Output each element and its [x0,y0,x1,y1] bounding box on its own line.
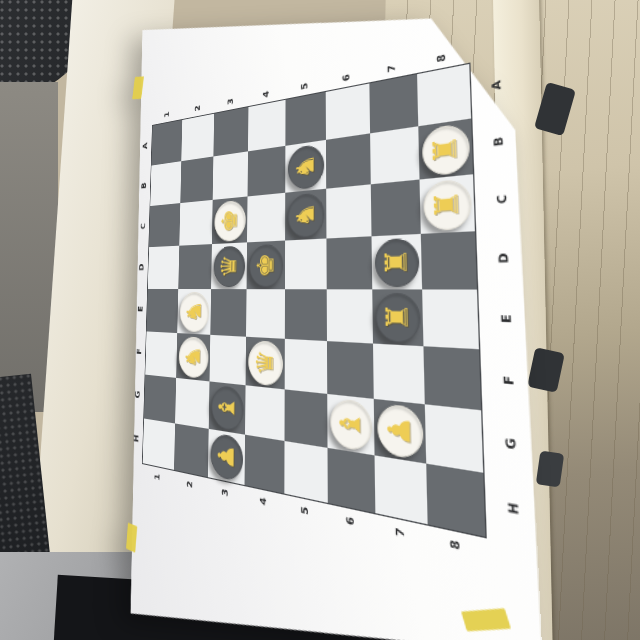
file-right-label-C: C [491,169,512,229]
black-bishop-glyph: ♝ [216,393,238,422]
square-e7[interactable]: ♜ [372,289,423,346]
square-e8[interactable] [422,289,479,349]
chessboard-grid: ♞♜♚♞♜♛♚♜♞♜♞♛♝♝♟♟ [143,64,486,537]
square-d1[interactable] [148,246,180,289]
square-e4[interactable] [246,289,285,339]
square-h3[interactable]: ♟ [208,429,245,485]
square-c2[interactable] [179,200,212,246]
square-d2[interactable] [178,244,212,289]
square-g5[interactable] [285,389,328,447]
square-f3[interactable] [210,335,247,385]
black-knight-disc-b5[interactable]: ♞ [287,143,323,190]
white-rook-glyph: ♜ [429,133,462,166]
white-bishop-disc-g6[interactable]: ♝ [330,397,372,452]
white-rook-glyph: ♜ [430,188,463,220]
white-queen-glyph: ♛ [253,348,277,377]
photo-scene: 12345678 12345678 ABCDEFGH ABCDEFGH ♞♜♚♞… [0,0,640,640]
square-d6[interactable] [326,236,372,289]
square-h4[interactable] [245,435,285,494]
square-b4[interactable] [248,146,286,197]
white-rook-disc-b8[interactable]: ♜ [421,122,470,176]
chessboard: ♞♜♚♞♜♛♚♜♞♜♞♛♝♝♟♟ [142,63,487,539]
black-knight-glyph: ♞ [293,201,318,229]
square-b7[interactable] [370,126,419,184]
square-a5[interactable] [285,92,326,146]
file-right-label-F: F [497,349,519,413]
square-e2[interactable]: ♞ [177,289,211,335]
file-left-label-B: B [139,165,149,206]
square-f5[interactable] [285,339,328,394]
tape-left-bottom [126,523,137,553]
file-left-label-D: D [136,246,146,288]
file-right-label-A: A [486,56,506,115]
file-left-label-H: H [131,416,142,462]
square-c4[interactable] [247,193,285,243]
white-pawn-disc-g7[interactable]: ♟ [377,402,424,460]
square-a3[interactable] [213,107,248,156]
square-h7[interactable] [375,455,428,524]
square-c3[interactable]: ♚ [212,196,248,244]
white-knight-glyph: ♞ [184,299,204,324]
tape-bottom-right [461,608,511,631]
black-pawn-disc-h3[interactable]: ♟ [210,432,243,482]
paper-sheet-wrap: 12345678 12345678 ABCDEFGH ABCDEFGH ♞♜♚♞… [0,0,640,640]
square-b3[interactable] [213,151,248,200]
black-queen-disc-d3[interactable]: ♛ [213,245,245,287]
white-knight-disc-f2[interactable]: ♞ [178,336,208,379]
black-pawn-glyph: ♟ [215,441,237,472]
square-g7[interactable]: ♟ [374,399,426,464]
square-g4[interactable] [245,385,285,441]
square-c6[interactable] [326,184,371,238]
white-rook-disc-c8[interactable]: ♜ [422,178,471,231]
black-knight-glyph: ♞ [293,152,318,181]
black-king-glyph: ♚ [254,252,277,278]
file-right-label-E: E [495,288,516,350]
square-h2[interactable] [174,423,209,477]
board-plane: 12345678 12345678 ABCDEFGH ABCDEFGH ♞♜♚♞… [142,63,484,535]
square-f7[interactable] [373,344,425,405]
square-a6[interactable] [326,83,370,139]
square-d7[interactable]: ♜ [372,234,423,290]
square-d5[interactable] [285,239,327,290]
black-rook-disc-d7[interactable]: ♜ [374,237,419,286]
square-h1[interactable] [143,419,175,470]
square-e5[interactable] [285,289,327,341]
square-f4[interactable]: ♛ [246,337,285,390]
file-right-label-B: B [489,112,509,171]
white-knight-glyph: ♞ [183,344,203,370]
white-queen-disc-f4[interactable]: ♛ [248,340,283,387]
square-c5[interactable]: ♞ [285,189,326,241]
black-king-disc-d4[interactable]: ♚ [249,243,283,286]
square-g1[interactable] [144,375,176,424]
square-b1[interactable] [150,161,181,206]
file-left-label-G: G [132,372,142,417]
black-rook-glyph: ♜ [381,247,411,277]
square-b6[interactable] [326,133,371,188]
square-d3[interactable]: ♛ [211,242,247,289]
file-left-label-A: A [140,125,150,166]
file-left-label-F: F [134,330,144,373]
square-g8[interactable] [425,404,483,472]
black-knight-disc-c5[interactable]: ♞ [287,192,324,238]
square-f6[interactable] [327,341,374,399]
square-a7[interactable] [369,74,418,133]
white-knight-disc-e2[interactable]: ♞ [179,291,209,332]
square-f8[interactable] [423,346,481,410]
file-right-label-G: G [500,411,522,478]
black-rook-glyph: ♜ [382,302,413,333]
square-e1[interactable] [147,289,179,333]
square-h5[interactable] [284,441,327,503]
square-d4[interactable]: ♚ [247,241,286,290]
black-queen-glyph: ♛ [218,253,240,278]
white-pawn-glyph: ♟ [384,413,415,448]
file-right-label-H: H [502,474,524,543]
file-left-label-C: C [138,205,148,246]
file-left-label-E: E [135,288,145,330]
white-bishop-glyph: ♝ [336,407,364,440]
square-a8[interactable] [417,64,471,126]
square-b2[interactable] [180,156,213,203]
white-king-glyph: ♚ [219,208,240,234]
square-c8[interactable]: ♜ [420,174,475,234]
square-g3[interactable]: ♝ [209,381,246,434]
square-h6[interactable] [328,448,376,513]
square-f1[interactable] [145,331,177,377]
square-c1[interactable] [149,203,180,247]
file-right-label-D: D [493,228,514,288]
square-e6[interactable] [327,289,373,343]
square-a1[interactable] [151,120,182,166]
black-rook-disc-e7[interactable]: ♜ [375,292,421,343]
square-a4[interactable] [248,100,286,152]
square-g6[interactable]: ♝ [327,394,374,455]
square-h8[interactable] [426,464,485,537]
white-king-disc-c3[interactable]: ♚ [214,199,246,241]
square-c7[interactable] [371,180,421,237]
black-bishop-disc-g3[interactable]: ♝ [211,384,244,431]
square-a2[interactable] [181,114,214,161]
square-b5[interactable]: ♞ [285,140,326,193]
square-e3[interactable] [210,289,246,337]
square-g2[interactable] [175,378,209,429]
square-d8[interactable] [421,231,477,289]
square-f2[interactable]: ♞ [176,333,210,381]
square-b8[interactable]: ♜ [418,118,473,179]
